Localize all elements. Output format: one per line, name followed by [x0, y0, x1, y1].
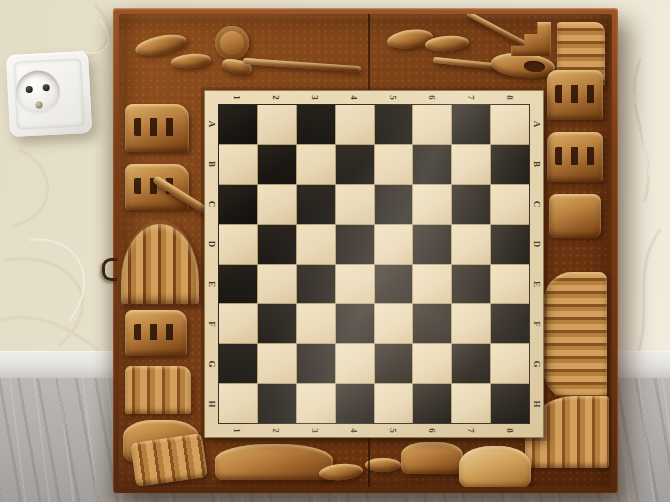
square-d4	[336, 225, 374, 264]
square-b5	[375, 145, 413, 184]
square-h3	[297, 384, 335, 423]
coordinate-labels-top: 12345678	[218, 91, 530, 104]
square-f7	[452, 304, 490, 343]
square-d2	[258, 225, 296, 264]
square-b6	[413, 145, 451, 184]
square-c8	[491, 185, 529, 224]
square-f4	[336, 304, 374, 343]
square-g8	[491, 344, 529, 383]
square-a1	[219, 105, 257, 144]
square-f2	[258, 304, 296, 343]
square-a8	[491, 105, 529, 144]
square-c1	[219, 185, 257, 224]
carving-mound	[459, 446, 531, 487]
square-h6	[413, 384, 451, 423]
square-f6	[413, 304, 451, 343]
carved-chess-case: 12345678 12345678 ABCDEFGH ABCDEFGH	[113, 8, 618, 493]
square-c2	[258, 185, 296, 224]
carving-tower-windows	[125, 104, 189, 152]
square-b4	[336, 145, 374, 184]
outlet-screw	[35, 101, 42, 108]
square-f8	[491, 304, 529, 343]
square-g6	[413, 344, 451, 383]
square-a6	[413, 105, 451, 144]
coordinate-labels-bottom: 12345678	[218, 424, 530, 437]
carving-boat	[365, 458, 401, 472]
square-f3	[297, 304, 335, 343]
square-d5	[375, 225, 413, 264]
carving-slatted-house	[125, 366, 191, 414]
photo-scene: 12345678 12345678 ABCDEFGH ABCDEFGH	[0, 0, 670, 502]
outlet-pin-hole-left	[26, 86, 33, 93]
carving-tower-windows	[125, 310, 187, 356]
square-b1	[219, 145, 257, 184]
metal-clasp-icon	[102, 258, 117, 281]
square-d8	[491, 225, 529, 264]
carving-house	[549, 194, 601, 238]
square-c6	[413, 185, 451, 224]
carving-ship-hull	[543, 272, 607, 400]
square-h1	[219, 384, 257, 423]
square-a5	[375, 105, 413, 144]
square-h8	[491, 384, 529, 423]
square-e3	[297, 265, 335, 304]
square-h4	[336, 384, 374, 423]
square-e4	[336, 265, 374, 304]
square-h2	[258, 384, 296, 423]
chessboard: 12345678 12345678 ABCDEFGH ABCDEFGH	[204, 90, 544, 438]
power-outlet	[6, 51, 92, 137]
square-e8	[491, 265, 529, 304]
square-c3	[297, 185, 335, 224]
square-a4	[336, 105, 374, 144]
carving-violin-bow	[466, 14, 534, 50]
carving-pole	[243, 58, 361, 72]
square-c7	[452, 185, 490, 224]
square-b7	[452, 145, 490, 184]
carving-tower-windows	[547, 70, 603, 120]
square-d1	[219, 225, 257, 264]
carving-boat	[170, 52, 211, 69]
carving-slats	[130, 433, 207, 487]
square-b2	[258, 145, 296, 184]
square-e7	[452, 265, 490, 304]
coordinate-labels-left: ABCDEFGH	[205, 104, 218, 424]
square-g2	[258, 344, 296, 383]
square-b8	[491, 145, 529, 184]
square-c4	[336, 185, 374, 224]
outlet-pin-hole-right	[42, 84, 49, 91]
square-d7	[452, 225, 490, 264]
square-e2	[258, 265, 296, 304]
carving-arch-bridge	[121, 220, 199, 304]
square-f1	[219, 304, 257, 343]
square-a3	[297, 105, 335, 144]
square-g7	[452, 344, 490, 383]
square-d6	[413, 225, 451, 264]
square-a2	[258, 105, 296, 144]
square-e5	[375, 265, 413, 304]
board-grid	[218, 104, 530, 424]
square-g1	[219, 344, 257, 383]
coordinate-labels-right: ABCDEFGH	[530, 104, 543, 424]
square-e6	[413, 265, 451, 304]
square-d3	[297, 225, 335, 264]
carving-tower-windows	[125, 164, 189, 210]
square-g4	[336, 344, 374, 383]
square-g3	[297, 344, 335, 383]
square-b3	[297, 145, 335, 184]
square-a7	[452, 105, 490, 144]
square-c5	[375, 185, 413, 224]
square-e1	[219, 265, 257, 304]
square-h5	[375, 384, 413, 423]
square-g5	[375, 344, 413, 383]
carving-rosette	[215, 26, 249, 60]
square-h7	[452, 384, 490, 423]
square-f5	[375, 304, 413, 343]
